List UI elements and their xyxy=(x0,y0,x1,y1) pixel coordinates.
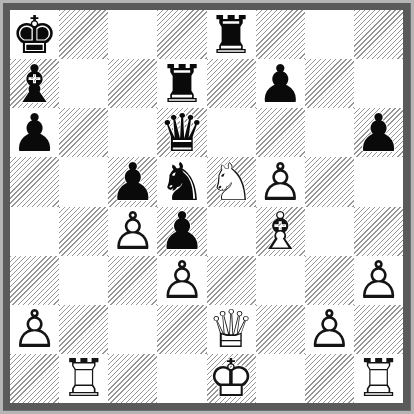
square-f6[interactable] xyxy=(256,108,305,157)
piece-wP-g2-fill: ♟ xyxy=(305,305,354,354)
piece-wQ-e2-fill: ♛ xyxy=(207,305,256,354)
square-a4[interactable] xyxy=(10,207,59,256)
piece-wP-c4-fill: ♟ xyxy=(108,207,157,256)
piece-wP-a2-fill: ♟ xyxy=(10,305,59,354)
piece-wP-f5: ♙ xyxy=(256,157,305,206)
square-b2[interactable] xyxy=(59,305,108,354)
square-g8[interactable] xyxy=(305,10,354,59)
square-h6[interactable]: ♟ xyxy=(354,108,403,157)
piece-bR-d7: ♜ xyxy=(157,59,206,108)
chess-board: ♚♜♝♜♟♟♛♟♟♞♞♘♟♙♟♙♟♝♗♟♙♟♙♟♙♛♕♟♙♜♖♚♔♜♖ xyxy=(10,10,403,403)
square-e6[interactable] xyxy=(207,108,256,157)
square-a8[interactable]: ♚ xyxy=(10,10,59,59)
square-h4[interactable] xyxy=(354,207,403,256)
square-f8[interactable] xyxy=(256,10,305,59)
piece-bN-d5: ♞ xyxy=(157,157,206,206)
square-a3[interactable] xyxy=(10,256,59,305)
piece-wR-h1: ♖ xyxy=(354,354,403,403)
piece-wP-d3-fill: ♟ xyxy=(157,256,206,305)
square-d5[interactable]: ♞ xyxy=(157,157,206,206)
piece-bP-c5: ♟ xyxy=(108,157,157,206)
piece-bR-e8: ♜ xyxy=(207,10,256,59)
piece-wP-c4: ♙ xyxy=(108,207,157,256)
square-h1[interactable]: ♜♖ xyxy=(354,354,403,403)
square-b1[interactable]: ♜♖ xyxy=(59,354,108,403)
square-b8[interactable] xyxy=(59,10,108,59)
square-e4[interactable] xyxy=(207,207,256,256)
square-h2[interactable] xyxy=(354,305,403,354)
piece-wR-b1: ♖ xyxy=(59,354,108,403)
square-d3[interactable]: ♟♙ xyxy=(157,256,206,305)
piece-wP-d3: ♙ xyxy=(157,256,206,305)
square-d7[interactable]: ♜ xyxy=(157,59,206,108)
square-f5[interactable]: ♟♙ xyxy=(256,157,305,206)
piece-wP-f5-fill: ♟ xyxy=(256,157,305,206)
piece-wP-h3-fill: ♟ xyxy=(354,256,403,305)
square-g6[interactable] xyxy=(305,108,354,157)
piece-wP-h3: ♙ xyxy=(354,256,403,305)
square-c5[interactable]: ♟ xyxy=(108,157,157,206)
square-a5[interactable] xyxy=(10,157,59,206)
piece-bP-d4: ♟ xyxy=(157,207,206,256)
square-b6[interactable] xyxy=(59,108,108,157)
square-c7[interactable] xyxy=(108,59,157,108)
square-d2[interactable] xyxy=(157,305,206,354)
square-g3[interactable] xyxy=(305,256,354,305)
square-f1[interactable] xyxy=(256,354,305,403)
piece-wN-e5-fill: ♞ xyxy=(207,157,256,206)
diagram-outer-edge: ♚♜♝♜♟♟♛♟♟♞♞♘♟♙♟♙♟♝♗♟♙♟♙♟♙♛♕♟♙♜♖♚♔♜♖ xyxy=(0,0,414,414)
square-e3[interactable] xyxy=(207,256,256,305)
piece-bP-f7: ♟ xyxy=(256,59,305,108)
square-h3[interactable]: ♟♙ xyxy=(354,256,403,305)
square-b3[interactable] xyxy=(59,256,108,305)
square-f4[interactable]: ♝♗ xyxy=(256,207,305,256)
piece-wR-b1-fill: ♜ xyxy=(59,354,108,403)
square-c3[interactable] xyxy=(108,256,157,305)
square-c1[interactable] xyxy=(108,354,157,403)
piece-wK-e1-fill: ♚ xyxy=(207,354,256,403)
square-c2[interactable] xyxy=(108,305,157,354)
piece-wP-g2: ♙ xyxy=(305,305,354,354)
square-d1[interactable] xyxy=(157,354,206,403)
square-h5[interactable] xyxy=(354,157,403,206)
square-d4[interactable]: ♟ xyxy=(157,207,206,256)
square-e2[interactable]: ♛♕ xyxy=(207,305,256,354)
square-f3[interactable] xyxy=(256,256,305,305)
square-g7[interactable] xyxy=(305,59,354,108)
piece-bP-h6: ♟ xyxy=(354,108,403,157)
piece-wB-f4-fill: ♝ xyxy=(256,207,305,256)
piece-wB-f4: ♗ xyxy=(256,207,305,256)
piece-wP-a2: ♙ xyxy=(10,305,59,354)
piece-bK-a8: ♚ xyxy=(10,10,59,59)
square-c4[interactable]: ♟♙ xyxy=(108,207,157,256)
square-a7[interactable]: ♝ xyxy=(10,59,59,108)
square-c6[interactable] xyxy=(108,108,157,157)
square-e7[interactable] xyxy=(207,59,256,108)
square-e5[interactable]: ♞♘ xyxy=(207,157,256,206)
piece-bP-a6: ♟ xyxy=(10,108,59,157)
square-c8[interactable] xyxy=(108,10,157,59)
square-e8[interactable]: ♜ xyxy=(207,10,256,59)
piece-wQ-e2: ♕ xyxy=(207,305,256,354)
square-d8[interactable] xyxy=(157,10,206,59)
square-h7[interactable] xyxy=(354,59,403,108)
board-frame: ♚♜♝♜♟♟♛♟♟♞♞♘♟♙♟♙♟♝♗♟♙♟♙♟♙♛♕♟♙♜♖♚♔♜♖ xyxy=(3,3,411,411)
square-f7[interactable]: ♟ xyxy=(256,59,305,108)
square-e1[interactable]: ♚♔ xyxy=(207,354,256,403)
square-g5[interactable] xyxy=(305,157,354,206)
square-b7[interactable] xyxy=(59,59,108,108)
square-g2[interactable]: ♟♙ xyxy=(305,305,354,354)
square-d6[interactable]: ♛ xyxy=(157,108,206,157)
piece-wK-e1: ♔ xyxy=(207,354,256,403)
square-g1[interactable] xyxy=(305,354,354,403)
piece-wR-h1-fill: ♜ xyxy=(354,354,403,403)
square-b4[interactable] xyxy=(59,207,108,256)
square-h8[interactable] xyxy=(354,10,403,59)
square-b5[interactable] xyxy=(59,157,108,206)
square-a6[interactable]: ♟ xyxy=(10,108,59,157)
square-f2[interactable] xyxy=(256,305,305,354)
piece-bQ-d6: ♛ xyxy=(157,108,206,157)
piece-bB-a7: ♝ xyxy=(10,59,59,108)
square-g4[interactable] xyxy=(305,207,354,256)
square-a2[interactable]: ♟♙ xyxy=(10,305,59,354)
square-a1[interactable] xyxy=(10,354,59,403)
piece-wN-e5: ♘ xyxy=(207,157,256,206)
